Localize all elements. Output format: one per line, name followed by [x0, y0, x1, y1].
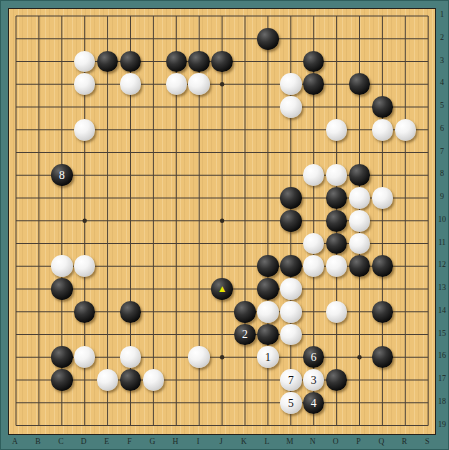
row-label-1: 1 [435, 9, 449, 21]
move-number-label-7: 7 [288, 374, 294, 386]
stone-white-Q6[interactable] [372, 119, 394, 141]
move-number-label-6: 6 [311, 351, 317, 363]
column-label-S: S [420, 434, 434, 450]
stone-black-P8[interactable] [349, 164, 371, 186]
row-label-11: 11 [435, 237, 449, 249]
column-label-N: N [306, 434, 320, 450]
stone-black-F14[interactable] [120, 301, 142, 323]
go-board-widget: 8▲2167354 ABCDEFGHIJKLMNOPQRS 1234567891… [0, 0, 449, 450]
row-label-9: 9 [435, 191, 449, 203]
row-label-16: 16 [435, 350, 449, 362]
row-label-3: 3 [435, 55, 449, 67]
stone-white-N17[interactable]: 3 [303, 369, 325, 391]
stone-white-D6[interactable] [74, 119, 96, 141]
column-label-R: R [397, 434, 411, 450]
stone-black-J3[interactable] [211, 51, 233, 73]
stone-black-Q5[interactable] [372, 96, 394, 118]
stone-white-G17[interactable] [143, 369, 165, 391]
star-point [220, 219, 224, 223]
stone-black-N18[interactable]: 4 [303, 392, 325, 414]
stone-black-P12[interactable] [349, 255, 371, 277]
column-label-G: G [145, 434, 159, 450]
stone-white-M17[interactable]: 7 [280, 369, 302, 391]
column-label-E: E [100, 434, 114, 450]
stone-black-L12[interactable] [257, 255, 279, 277]
column-label-K: K [237, 434, 251, 450]
stone-black-C17[interactable] [51, 369, 73, 391]
column-label-I: I [191, 434, 205, 450]
column-label-C: C [54, 434, 68, 450]
stone-white-Q9[interactable] [372, 187, 394, 209]
column-label-P: P [352, 434, 366, 450]
stone-white-C12[interactable] [51, 255, 73, 277]
row-label-8: 8 [435, 168, 449, 180]
column-label-H: H [168, 434, 182, 450]
triangle-marker: ▲ [217, 283, 227, 293]
stone-black-J13[interactable]: ▲ [211, 278, 233, 300]
column-label-A: A [8, 434, 22, 450]
star-point [220, 82, 224, 86]
move-number-label-8: 8 [59, 169, 65, 181]
stone-black-O9[interactable] [326, 187, 348, 209]
stone-white-H4[interactable] [166, 73, 188, 95]
column-label-M: M [283, 434, 297, 450]
column-label-J: J [214, 434, 228, 450]
move-number-label-5: 5 [288, 397, 294, 409]
stone-white-M18[interactable]: 5 [280, 392, 302, 414]
stone-white-F4[interactable] [120, 73, 142, 95]
column-label-D: D [77, 434, 91, 450]
stone-white-F16[interactable] [120, 346, 142, 368]
stone-black-Q12[interactable] [372, 255, 394, 277]
stone-white-I4[interactable] [188, 73, 210, 95]
stone-black-L15[interactable] [257, 324, 279, 346]
row-label-17: 17 [435, 373, 449, 385]
stone-black-I3[interactable] [188, 51, 210, 73]
stone-black-O10[interactable] [326, 210, 348, 232]
stone-black-D14[interactable] [74, 301, 96, 323]
stone-white-M15[interactable] [280, 324, 302, 346]
stone-black-M12[interactable] [280, 255, 302, 277]
column-label-B: B [31, 434, 45, 450]
stone-black-Q14[interactable] [372, 301, 394, 323]
row-label-19: 19 [435, 419, 449, 431]
stone-white-O14[interactable] [326, 301, 348, 323]
stone-white-M4[interactable] [280, 73, 302, 95]
row-label-7: 7 [435, 146, 449, 158]
stone-black-K14[interactable] [234, 301, 256, 323]
stone-white-E17[interactable] [97, 369, 119, 391]
stone-black-O17[interactable] [326, 369, 348, 391]
stone-black-P4[interactable] [349, 73, 371, 95]
stone-white-O6[interactable] [326, 119, 348, 141]
stone-black-M9[interactable] [280, 187, 302, 209]
stone-white-M13[interactable] [280, 278, 302, 300]
stone-black-C16[interactable] [51, 346, 73, 368]
row-label-13: 13 [435, 282, 449, 294]
row-label-18: 18 [435, 396, 449, 408]
row-label-10: 10 [435, 214, 449, 226]
row-label-12: 12 [435, 259, 449, 271]
column-label-O: O [329, 434, 343, 450]
star-point [83, 219, 87, 223]
column-label-Q: Q [374, 434, 388, 450]
stone-white-R6[interactable] [395, 119, 417, 141]
row-label-15: 15 [435, 328, 449, 340]
board-grid [9, 9, 437, 436]
stone-white-M14[interactable] [280, 301, 302, 323]
go-board[interactable]: 8▲2167354 [8, 8, 436, 435]
move-number-label-4: 4 [311, 397, 317, 409]
move-number-label-2: 2 [242, 328, 248, 340]
stone-black-M10[interactable] [280, 210, 302, 232]
stone-black-K15[interactable]: 2 [234, 324, 256, 346]
column-label-F: F [123, 434, 137, 450]
stone-black-F17[interactable] [120, 369, 142, 391]
stone-white-L14[interactable] [257, 301, 279, 323]
star-point [357, 355, 361, 359]
stone-black-C8[interactable]: 8 [51, 164, 73, 186]
row-label-4: 4 [435, 77, 449, 89]
column-label-L: L [260, 434, 274, 450]
stone-white-P9[interactable] [349, 187, 371, 209]
stone-white-P10[interactable] [349, 210, 371, 232]
row-label-6: 6 [435, 123, 449, 135]
stone-black-L13[interactable] [257, 278, 279, 300]
row-label-14: 14 [435, 305, 449, 317]
stone-white-L16[interactable]: 1 [257, 346, 279, 368]
stone-white-I16[interactable] [188, 346, 210, 368]
stone-black-C13[interactable] [51, 278, 73, 300]
stone-black-Q16[interactable] [372, 346, 394, 368]
row-label-2: 2 [435, 32, 449, 44]
star-point [220, 355, 224, 359]
stone-black-L2[interactable] [257, 28, 279, 50]
stone-white-M5[interactable] [280, 96, 302, 118]
row-label-5: 5 [435, 100, 449, 112]
move-number-label-1: 1 [265, 351, 271, 363]
move-number-label-3: 3 [311, 374, 317, 386]
